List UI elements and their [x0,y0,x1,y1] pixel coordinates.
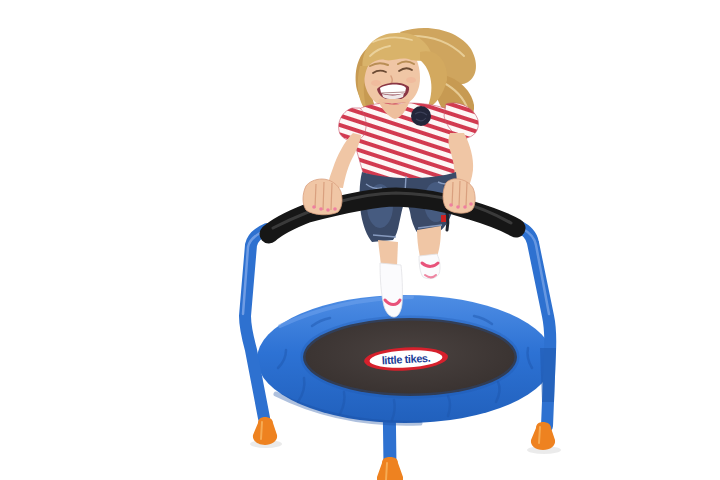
flower-pom [411,106,431,126]
blush-right [406,77,416,83]
product-photo: little tikes. [40,16,720,480]
photo-canvas: little tikes. [40,16,720,480]
frame-right-clamp [540,348,556,402]
shin-left [378,240,398,266]
calf-right [417,226,441,257]
jeans-red-tab [441,215,446,222]
logo-text: little tikes. [381,352,431,367]
blush-left [371,80,381,86]
